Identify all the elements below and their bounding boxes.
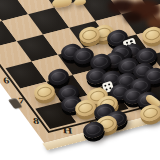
blurred-dark-pieces — [124, 12, 142, 23]
checker-ring — [81, 29, 98, 42]
checker-ring — [92, 56, 109, 69]
die-pip — [104, 84, 107, 87]
checker-ring — [75, 50, 92, 63]
photo-of-checkers-set: HGFEDCBA12345678 — [0, 0, 160, 160]
checker-ring — [77, 102, 94, 115]
checker-ring — [142, 107, 159, 120]
checker-ring — [50, 71, 67, 84]
file-label: H — [62, 126, 72, 136]
checker-ring — [144, 29, 160, 42]
checker-ring — [36, 86, 53, 99]
rank-label: 6 — [3, 76, 10, 85]
die-pip — [108, 83, 111, 86]
checker-ring — [85, 124, 102, 137]
rank-label: 8 — [32, 116, 39, 125]
checker-ring — [138, 50, 155, 63]
